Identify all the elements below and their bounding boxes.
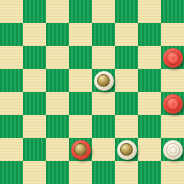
square-a2 bbox=[0, 138, 23, 161]
square-b7 bbox=[23, 23, 46, 46]
square-c7[interactable] bbox=[46, 23, 69, 46]
square-f3 bbox=[115, 115, 138, 138]
square-f1 bbox=[115, 161, 138, 184]
square-f2[interactable] bbox=[115, 138, 138, 161]
square-a4 bbox=[0, 92, 23, 115]
square-b5 bbox=[23, 69, 46, 92]
piece-red-man[interactable] bbox=[163, 94, 183, 114]
square-h2[interactable] bbox=[161, 138, 184, 161]
square-g2 bbox=[138, 138, 161, 161]
square-a8 bbox=[0, 0, 23, 23]
square-h1 bbox=[161, 161, 184, 184]
square-d1 bbox=[69, 161, 92, 184]
square-f4[interactable] bbox=[115, 92, 138, 115]
square-a6 bbox=[0, 46, 23, 69]
piece-red-king[interactable] bbox=[71, 140, 91, 160]
checkers-board bbox=[0, 0, 184, 184]
square-e6 bbox=[92, 46, 115, 69]
square-a3[interactable] bbox=[0, 115, 23, 138]
square-e3[interactable] bbox=[92, 115, 115, 138]
square-d6[interactable] bbox=[69, 46, 92, 69]
square-d3 bbox=[69, 115, 92, 138]
square-b1 bbox=[23, 161, 46, 184]
square-d2[interactable] bbox=[69, 138, 92, 161]
square-f8[interactable] bbox=[115, 0, 138, 23]
square-d7 bbox=[69, 23, 92, 46]
square-h4[interactable] bbox=[161, 92, 184, 115]
square-g6 bbox=[138, 46, 161, 69]
square-f5 bbox=[115, 69, 138, 92]
square-a7[interactable] bbox=[0, 23, 23, 46]
square-a5[interactable] bbox=[0, 69, 23, 92]
square-c2 bbox=[46, 138, 69, 161]
square-g8 bbox=[138, 0, 161, 23]
piece-white-man[interactable] bbox=[163, 140, 183, 160]
square-e8 bbox=[92, 0, 115, 23]
square-g3[interactable] bbox=[138, 115, 161, 138]
square-d4[interactable] bbox=[69, 92, 92, 115]
piece-red-man[interactable] bbox=[163, 48, 183, 68]
square-h3 bbox=[161, 115, 184, 138]
square-g7[interactable] bbox=[138, 23, 161, 46]
square-c8 bbox=[46, 0, 69, 23]
square-f7 bbox=[115, 23, 138, 46]
square-d8[interactable] bbox=[69, 0, 92, 23]
square-e7[interactable] bbox=[92, 23, 115, 46]
square-e1[interactable] bbox=[92, 161, 115, 184]
square-d5 bbox=[69, 69, 92, 92]
square-c1[interactable] bbox=[46, 161, 69, 184]
square-b8[interactable] bbox=[23, 0, 46, 23]
square-h6[interactable] bbox=[161, 46, 184, 69]
square-b2[interactable] bbox=[23, 138, 46, 161]
square-f6[interactable] bbox=[115, 46, 138, 69]
square-c4 bbox=[46, 92, 69, 115]
square-a1[interactable] bbox=[0, 161, 23, 184]
square-h7 bbox=[161, 23, 184, 46]
square-c6 bbox=[46, 46, 69, 69]
square-c5[interactable] bbox=[46, 69, 69, 92]
square-h5 bbox=[161, 69, 184, 92]
square-e4 bbox=[92, 92, 115, 115]
square-b3 bbox=[23, 115, 46, 138]
square-g5[interactable] bbox=[138, 69, 161, 92]
square-c3[interactable] bbox=[46, 115, 69, 138]
square-e2 bbox=[92, 138, 115, 161]
piece-white-king[interactable] bbox=[117, 140, 137, 160]
square-e5[interactable] bbox=[92, 69, 115, 92]
piece-white-king[interactable] bbox=[94, 71, 114, 91]
square-g1[interactable] bbox=[138, 161, 161, 184]
square-b6[interactable] bbox=[23, 46, 46, 69]
square-b4[interactable] bbox=[23, 92, 46, 115]
square-h8[interactable] bbox=[161, 0, 184, 23]
square-g4 bbox=[138, 92, 161, 115]
